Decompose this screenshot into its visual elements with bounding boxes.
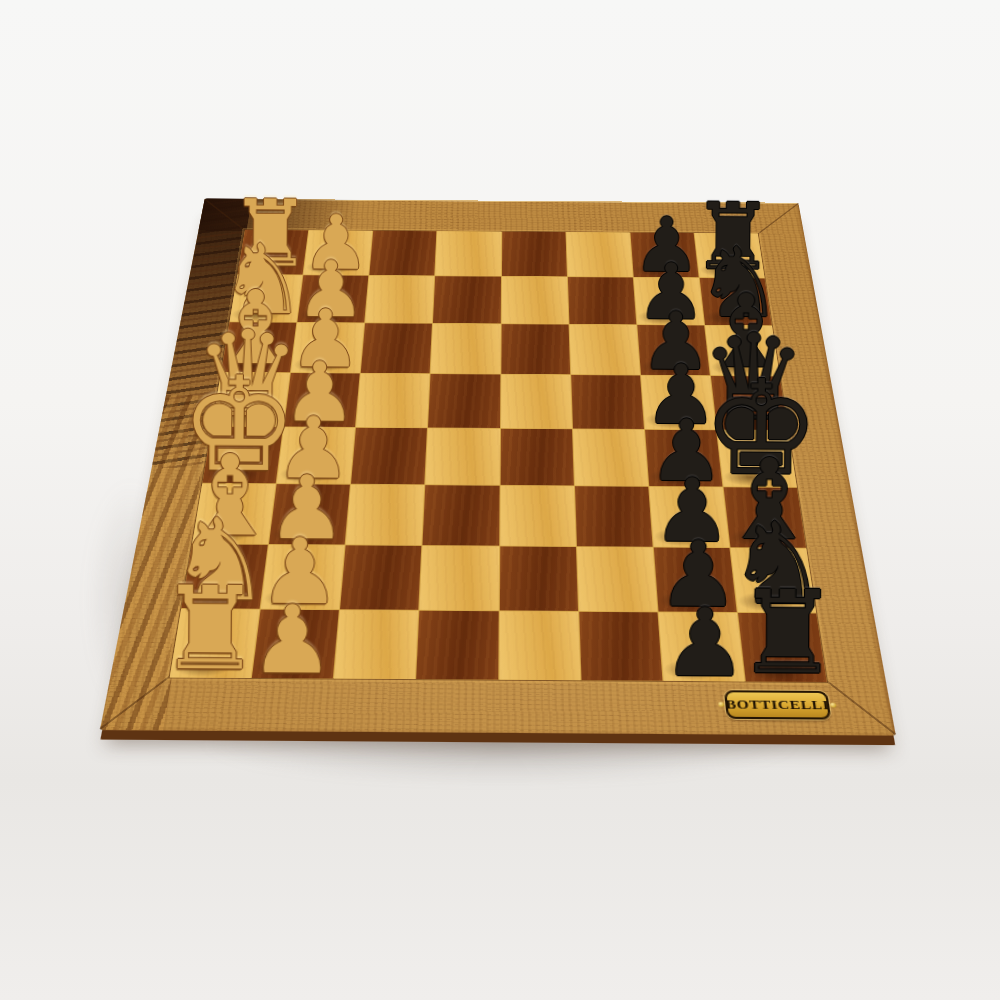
square-h6[interactable]: [579, 612, 662, 681]
square-g5[interactable]: [499, 546, 577, 611]
chess-board: ♜♟♟♜♞♟♟♞♝♟♟♝♛♟♟♛♚♟♟♚♝♟♟♝♞♟♟♞♜♟♟♜ BOTTICE…: [100, 199, 896, 736]
square-h7[interactable]: ♟: [658, 612, 744, 681]
square-e6[interactable]: [573, 429, 648, 486]
square-b4[interactable]: [433, 276, 500, 323]
square-e3[interactable]: [351, 427, 427, 484]
brand-plate: BOTTICELLI: [724, 690, 832, 719]
square-c4[interactable]: [431, 324, 500, 374]
square-e4[interactable]: [426, 428, 500, 485]
square-h8[interactable]: ♜: [738, 613, 827, 682]
square-h2[interactable]: ♟: [252, 609, 339, 678]
square-e5[interactable]: [500, 428, 573, 485]
brand-plate-label: BOTTICELLI: [725, 697, 831, 713]
square-b6[interactable]: [568, 277, 637, 324]
square-g4[interactable]: [420, 546, 499, 611]
square-a5[interactable]: [502, 232, 567, 277]
white-rook-h1[interactable]: ♜: [158, 572, 262, 687]
square-b3[interactable]: [365, 276, 434, 323]
perspective-wrapper: ♜♟♟♜♞♟♟♞♝♟♟♝♛♟♟♛♚♟♟♚♝♟♟♝♞♟♟♞♜♟♟♜ BOTTICE…: [158, 86, 843, 771]
square-b5[interactable]: [501, 277, 568, 324]
square-g6[interactable]: [577, 547, 658, 612]
square-a3[interactable]: [370, 231, 437, 276]
plate-pin-left: [718, 702, 724, 707]
square-c5[interactable]: [501, 324, 570, 374]
square-d3[interactable]: [356, 374, 430, 427]
square-f6[interactable]: [575, 486, 653, 546]
white-pawn-h2[interactable]: ♟: [249, 593, 334, 688]
square-f5[interactable]: [500, 485, 576, 545]
photo-stage: ♜♟♟♜♞♟♟♞♝♟♟♝♛♟♟♛♚♟♟♚♝♟♟♝♞♟♟♞♜♟♟♜ BOTTICE…: [0, 0, 1000, 1000]
square-d5[interactable]: [501, 375, 572, 428]
square-f4[interactable]: [423, 485, 499, 545]
square-a4[interactable]: [436, 231, 501, 276]
square-d6[interactable]: [571, 375, 644, 428]
square-h3[interactable]: [334, 610, 418, 679]
square-h5[interactable]: [499, 611, 580, 680]
square-h1[interactable]: ♜: [170, 609, 260, 678]
square-c6[interactable]: [569, 325, 640, 375]
square-d4[interactable]: [428, 374, 499, 427]
square-c3[interactable]: [361, 323, 432, 373]
square-h4[interactable]: [417, 611, 499, 680]
black-rook-h8[interactable]: ♜: [736, 576, 840, 691]
square-g3[interactable]: [340, 545, 421, 610]
squares-grid: ♜♟♟♜♞♟♟♞♝♟♟♝♛♟♟♛♚♟♟♚♝♟♟♝♞♟♟♞♜♟♟♜: [170, 230, 827, 682]
square-f3[interactable]: [346, 484, 425, 544]
plate-pin-right: [830, 703, 837, 708]
square-a6[interactable]: [566, 232, 633, 277]
